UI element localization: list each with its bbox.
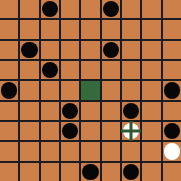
cell-r7c1[interactable]	[20, 142, 38, 160]
cell-r1c5[interactable]	[102, 20, 120, 38]
cell-r0c0[interactable]	[0, 0, 18, 18]
cell-r8c5[interactable]	[102, 163, 120, 181]
cell-r2c7[interactable]	[142, 41, 160, 59]
cell-r8c2[interactable]	[41, 163, 59, 181]
cell-r2c3[interactable]	[61, 41, 79, 59]
cell-r5c2[interactable]	[41, 102, 59, 120]
black-stone	[82, 164, 98, 180]
cell-r4c6[interactable]	[122, 81, 140, 99]
marked-white-stone	[122, 122, 140, 140]
black-stone	[62, 103, 78, 119]
cell-r6c7[interactable]	[142, 122, 160, 140]
cell-r4c7[interactable]	[142, 81, 160, 99]
cell-r1c0[interactable]	[0, 20, 18, 38]
cell-r8c8[interactable]	[163, 163, 181, 181]
white-stone	[164, 143, 180, 159]
goal-square[interactable]	[81, 81, 99, 99]
cell-r3c3[interactable]	[61, 61, 79, 79]
game-board	[0, 0, 181, 181]
cell-r2c8[interactable]	[163, 41, 181, 59]
black-stone	[164, 82, 180, 98]
cell-r2c1[interactable]	[20, 41, 38, 59]
cell-r8c6[interactable]	[122, 163, 140, 181]
cell-r3c2[interactable]	[41, 61, 59, 79]
cell-r0c4[interactable]	[81, 0, 99, 18]
cell-r4c2[interactable]	[41, 81, 59, 99]
cell-r6c4[interactable]	[81, 122, 99, 140]
cell-r7c5[interactable]	[102, 142, 120, 160]
cell-r8c7[interactable]	[142, 163, 160, 181]
cell-r5c7[interactable]	[142, 102, 160, 120]
cell-r3c0[interactable]	[0, 61, 18, 79]
cell-r3c7[interactable]	[142, 61, 160, 79]
cell-r4c5[interactable]	[102, 81, 120, 99]
cell-r1c2[interactable]	[41, 20, 59, 38]
cell-r1c6[interactable]	[122, 20, 140, 38]
black-stone	[103, 42, 119, 58]
cell-r4c3[interactable]	[61, 81, 79, 99]
cell-r5c0[interactable]	[0, 102, 18, 120]
cell-r8c4[interactable]	[81, 163, 99, 181]
cell-r7c6[interactable]	[122, 142, 140, 160]
cross-marker-horizontal	[121, 130, 141, 133]
cell-r7c3[interactable]	[61, 142, 79, 160]
cell-r6c1[interactable]	[20, 122, 38, 140]
black-stone	[42, 62, 58, 78]
cell-r5c6[interactable]	[122, 102, 140, 120]
black-stone	[164, 123, 180, 139]
cell-r2c2[interactable]	[41, 41, 59, 59]
cell-r2c0[interactable]	[0, 41, 18, 59]
cell-r1c7[interactable]	[142, 20, 160, 38]
cell-r1c4[interactable]	[81, 20, 99, 38]
cell-r8c1[interactable]	[20, 163, 38, 181]
cell-r0c3[interactable]	[61, 0, 79, 18]
cell-r5c3[interactable]	[61, 102, 79, 120]
cell-r0c7[interactable]	[142, 0, 160, 18]
cell-r8c0[interactable]	[0, 163, 18, 181]
cell-r6c2[interactable]	[41, 122, 59, 140]
cell-r1c1[interactable]	[20, 20, 38, 38]
black-stone	[62, 123, 78, 139]
cell-r0c2[interactable]	[41, 0, 59, 18]
cell-r1c3[interactable]	[61, 20, 79, 38]
cell-r5c4[interactable]	[81, 102, 99, 120]
cell-r3c4[interactable]	[81, 61, 99, 79]
cell-r2c4[interactable]	[81, 41, 99, 59]
black-stone	[42, 1, 58, 17]
cell-r7c7[interactable]	[142, 142, 160, 160]
black-stone	[123, 103, 139, 119]
cell-r6c0[interactable]	[0, 122, 18, 140]
black-stone	[1, 82, 17, 98]
cell-r7c4[interactable]	[81, 142, 99, 160]
cell-r3c8[interactable]	[163, 61, 181, 79]
cell-r0c6[interactable]	[122, 0, 140, 18]
cell-r6c5[interactable]	[102, 122, 120, 140]
cell-r1c8[interactable]	[163, 20, 181, 38]
cell-r5c5[interactable]	[102, 102, 120, 120]
cell-r0c5[interactable]	[102, 0, 120, 18]
cell-r6c6[interactable]	[122, 122, 140, 140]
cell-r7c2[interactable]	[41, 142, 59, 160]
cell-r7c0[interactable]	[0, 142, 18, 160]
cell-r4c0[interactable]	[0, 81, 18, 99]
cell-r4c8[interactable]	[163, 81, 181, 99]
cell-r6c3[interactable]	[61, 122, 79, 140]
black-stone	[103, 1, 119, 17]
cell-r3c5[interactable]	[102, 61, 120, 79]
black-stone	[21, 42, 37, 58]
cell-r0c1[interactable]	[20, 0, 38, 18]
cell-r4c1[interactable]	[20, 81, 38, 99]
cell-r3c1[interactable]	[20, 61, 38, 79]
cell-r5c1[interactable]	[20, 102, 38, 120]
cell-r8c3[interactable]	[61, 163, 79, 181]
cell-r2c5[interactable]	[102, 41, 120, 59]
cell-r2c6[interactable]	[122, 41, 140, 59]
black-stone	[123, 164, 139, 180]
cell-r7c8[interactable]	[163, 142, 181, 160]
cell-r6c8[interactable]	[163, 122, 181, 140]
cell-r3c6[interactable]	[122, 61, 140, 79]
cell-r0c8[interactable]	[163, 0, 181, 18]
cell-r5c8[interactable]	[163, 102, 181, 120]
